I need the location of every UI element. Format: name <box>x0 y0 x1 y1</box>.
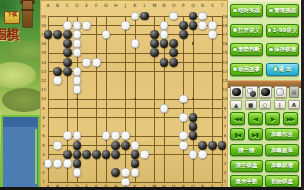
black-stone[interactable] <box>63 48 72 57</box>
button-label: 结对实战 <box>238 7 260 14</box>
black-stone[interactable] <box>73 150 82 159</box>
media-button[interactable]: ▶ <box>265 112 280 125</box>
marker-glyph-icon: ■ <box>248 102 253 108</box>
chat-scrollbar[interactable] <box>35 129 37 184</box>
black-stone[interactable] <box>73 141 82 150</box>
button-label: 形势判断 <box>238 46 260 53</box>
coord-number-left: 3 <box>40 161 47 166</box>
stone-select-button-black-stone[interactable] <box>259 86 272 98</box>
coord-number-left: 13 <box>40 69 47 74</box>
action-button[interactable]: 结对实战 <box>230 4 263 17</box>
coord-number-left: 9 <box>40 106 47 111</box>
white-stone[interactable] <box>121 131 130 140</box>
star-point <box>76 98 78 100</box>
coord-letter-top: A <box>45 3 51 8</box>
stone-select-button-white-black-pair[interactable] <box>245 86 258 98</box>
coord-number-left: 10 <box>40 96 47 101</box>
step-glyph-icon: ▶▮ <box>252 131 258 138</box>
marker-button[interactable]: ∣ <box>274 100 286 109</box>
white-stone[interactable] <box>208 30 217 39</box>
coord-letter-top: Q <box>190 3 196 8</box>
black-stone[interactable] <box>150 48 159 57</box>
app-logo-text: 围棋 <box>0 26 20 44</box>
media-glyph-icon: ▶▶ <box>286 115 293 122</box>
white-stone-icon <box>276 88 285 97</box>
white-stone[interactable] <box>82 21 91 30</box>
button-label: 打开讲义 <box>238 27 260 34</box>
step-glyph-icon: ▮◀ <box>235 131 241 138</box>
coord-letter-top: B <box>55 3 61 8</box>
panel-button[interactable]: 清空棋盘 <box>230 160 263 172</box>
black-stone[interactable] <box>63 39 72 48</box>
coord-number-left: 15 <box>40 50 47 55</box>
coord-letter-top: J <box>122 3 128 8</box>
white-stone[interactable] <box>63 21 72 30</box>
black-stone[interactable] <box>63 30 72 39</box>
button-icon <box>274 67 278 71</box>
white-stone[interactable] <box>73 30 82 39</box>
action-button[interactable]: 1-99讲义 <box>266 24 299 37</box>
white-stone[interactable] <box>179 131 188 140</box>
white-stone[interactable] <box>131 141 140 150</box>
media-button[interactable]: ◀ <box>248 112 263 125</box>
coord-letter-top: F <box>93 3 99 8</box>
black-stone[interactable] <box>189 131 198 140</box>
white-stone[interactable] <box>73 168 82 177</box>
button-label: 1-99讲义 <box>273 27 298 34</box>
coord-number-left: 7 <box>40 124 47 129</box>
white-stone[interactable] <box>73 131 82 140</box>
marker-glyph-icon: A <box>292 102 296 108</box>
black-stone[interactable] <box>169 39 178 48</box>
action-button[interactable]: 打开讲义 <box>230 24 263 37</box>
media-glyph-icon: ▶ <box>271 115 275 122</box>
white-stone[interactable] <box>160 21 169 30</box>
black-stone[interactable] <box>102 150 111 159</box>
black-stone[interactable] <box>160 39 169 48</box>
coord-letter-top: T <box>219 3 225 8</box>
black-stone-icon <box>261 88 270 97</box>
coord-letter-top: S <box>209 3 215 8</box>
panel-button[interactable]: 初始棋盘 <box>265 175 299 187</box>
panel-button[interactable]: 加载题库 <box>265 144 299 156</box>
step-button[interactable]: ▶▮ <box>248 128 263 140</box>
coord-number-left: 2 <box>40 170 47 175</box>
white-stone[interactable] <box>121 168 130 177</box>
hill-blob <box>2 88 40 112</box>
button-icon <box>269 48 273 52</box>
coord-number-left: 6 <box>40 133 47 138</box>
coord-letter-top: P <box>180 3 186 8</box>
white-stone[interactable] <box>131 39 140 48</box>
black-stone[interactable] <box>82 150 91 159</box>
marker-glyph-icon: ∣ <box>278 102 281 108</box>
coord-number-left: 12 <box>40 78 47 83</box>
load-homework-button[interactable]: 加载作业 <box>265 128 299 140</box>
action-button[interactable]: 动画故事 <box>230 63 263 76</box>
chat-panel-titlebar <box>3 117 38 127</box>
white-stone[interactable] <box>73 48 82 57</box>
media-glyph-icon: ◀ <box>253 115 257 122</box>
exit-button[interactable]: 退 出 <box>266 63 299 76</box>
white-stone[interactable] <box>198 150 207 159</box>
black-stone[interactable] <box>140 12 149 21</box>
coord-letter-top: H <box>113 3 119 8</box>
panel-button[interactable]: 猜一猜 <box>230 144 263 156</box>
white-stone[interactable] <box>73 67 82 76</box>
marker-glyph-icon: ○ <box>263 102 268 108</box>
button-icon <box>233 48 237 52</box>
gold-plaque: 下棋 <box>5 12 19 23</box>
white-stone[interactable] <box>160 104 169 113</box>
grey-tool-button[interactable]: ▤ <box>289 86 299 98</box>
button-icon <box>233 28 237 32</box>
coord-letter-top: K <box>132 3 138 8</box>
board-grid[interactable] <box>48 16 223 183</box>
button-label: 退 出 <box>279 66 292 73</box>
white-stone[interactable] <box>92 58 101 67</box>
coord-number-left: 1 <box>40 179 47 184</box>
coord-number-left: 16 <box>40 41 47 46</box>
black-stone[interactable] <box>189 21 198 30</box>
button-label: 保存棋谱 <box>274 46 296 53</box>
marker-button[interactable]: ■ <box>245 100 257 109</box>
white-stone[interactable] <box>131 168 140 177</box>
white-stone[interactable] <box>208 21 217 30</box>
coord-number-left: 18 <box>40 23 47 28</box>
marker-button[interactable]: ▲ <box>230 100 242 109</box>
white-stone[interactable] <box>82 58 91 67</box>
black-stone[interactable] <box>73 159 82 168</box>
white-stone[interactable] <box>179 95 188 104</box>
black-stone[interactable] <box>131 150 140 159</box>
white-stone[interactable] <box>160 30 169 39</box>
media-glyph-icon: ◀◀ <box>234 115 241 122</box>
coord-number-left: 5 <box>40 143 47 148</box>
white-stone[interactable] <box>198 21 207 30</box>
white-stone[interactable] <box>131 12 140 21</box>
white-stone[interactable] <box>53 76 62 85</box>
go-board: AABBCCDDEEFFGGHHJJKKLLMMNNOOPPQQRRSSTT19… <box>40 0 228 190</box>
white-black-pair-icon <box>247 88 256 97</box>
button-label: 管理挑战 <box>274 7 296 14</box>
white-stone[interactable] <box>73 39 82 48</box>
button-icon <box>233 9 237 13</box>
button-label: 动画故事 <box>238 66 260 73</box>
black-stone[interactable] <box>53 67 62 76</box>
white-stone[interactable] <box>121 21 130 30</box>
black-stone[interactable] <box>198 141 207 150</box>
coord-number-left: 19 <box>40 14 47 19</box>
black-stone[interactable] <box>150 39 159 48</box>
white-stone[interactable] <box>63 159 72 168</box>
step-button[interactable]: ▮◀ <box>230 128 245 140</box>
media-button[interactable]: ◀◀ <box>230 112 245 125</box>
star-point <box>192 98 194 100</box>
white-stone[interactable] <box>189 150 198 159</box>
coord-number-left: 17 <box>40 32 47 37</box>
coord-letter-top: D <box>74 3 80 8</box>
coord-letter-top: M <box>151 3 157 8</box>
action-button[interactable]: 形势判断 <box>230 43 263 56</box>
coord-letter-top: G <box>103 3 109 8</box>
action-button[interactable]: 管理挑战 <box>266 4 299 17</box>
white-stone[interactable] <box>169 12 178 21</box>
marker-button[interactable]: A <box>288 100 300 109</box>
black-stone[interactable] <box>189 113 198 122</box>
star-point <box>134 98 136 100</box>
coord-number-left: 11 <box>40 87 47 92</box>
black-stone[interactable] <box>111 150 120 159</box>
white-stone[interactable] <box>198 12 207 21</box>
black-stone[interactable] <box>179 21 188 30</box>
black-stone[interactable] <box>189 12 198 21</box>
white-stone[interactable] <box>179 141 188 150</box>
coord-letter-top: L <box>142 3 148 8</box>
marker-glyph-icon: ▲ <box>234 102 238 108</box>
black-stone[interactable] <box>179 30 188 39</box>
button-icon <box>269 9 273 13</box>
black-stone[interactable] <box>53 30 62 39</box>
black-stone[interactable] <box>208 141 217 150</box>
white-stone[interactable] <box>73 21 82 30</box>
button-icon <box>233 67 237 71</box>
white-stone[interactable] <box>179 113 188 122</box>
pagoda-tower <box>23 1 32 27</box>
hill-blob <box>0 62 36 88</box>
stone-select-button-black-stone[interactable] <box>230 86 243 98</box>
star-point <box>192 42 194 44</box>
white-stone[interactable] <box>53 141 62 150</box>
action-button[interactable]: 保存棋谱 <box>266 43 299 56</box>
marker-button[interactable]: ○ <box>259 100 271 109</box>
white-stone[interactable] <box>53 159 62 168</box>
coord-letter-top: E <box>84 3 90 8</box>
window-edge-bottom <box>0 187 304 190</box>
left-sidebar-artwork: 下棋 围棋 <box>0 0 40 190</box>
panel-button[interactable]: 显示手数 <box>230 175 263 187</box>
black-stone-icon <box>232 88 241 97</box>
black-stone[interactable] <box>111 141 120 150</box>
stone-select-button-white-stone[interactable] <box>274 86 287 98</box>
black-stone[interactable] <box>63 150 72 159</box>
white-stone[interactable] <box>140 150 149 159</box>
coord-number-left: 8 <box>40 115 47 120</box>
button-icon <box>268 28 272 32</box>
white-stone[interactable] <box>102 131 111 140</box>
black-stone[interactable] <box>63 58 72 67</box>
coord-letter-top: R <box>200 3 206 8</box>
black-stone[interactable] <box>189 122 198 131</box>
black-stone[interactable] <box>92 150 101 159</box>
coord-letter-top: C <box>64 3 70 8</box>
window-edge-right <box>301 0 304 190</box>
black-stone[interactable] <box>150 30 159 39</box>
black-stone[interactable] <box>131 159 140 168</box>
control-panel: 结对实战管理挑战打开讲义1-99讲义形势判断保存棋谱动画故事退 出▤▲■○∣A◀… <box>228 0 301 190</box>
app-window: 下棋 围棋 AABBCCDDEEFFGGHHJJKKLLMMNNOOPPQQRR… <box>0 0 304 190</box>
white-stone[interactable] <box>73 85 82 94</box>
black-stone[interactable] <box>111 168 120 177</box>
black-stone[interactable] <box>121 141 130 150</box>
white-stone[interactable] <box>111 131 120 140</box>
chat-panel[interactable] <box>1 115 40 190</box>
panel-button[interactable]: 加载棋谱 <box>265 160 299 172</box>
coord-letter-top: N <box>161 3 167 8</box>
media-button[interactable]: ▶▶ <box>283 112 298 125</box>
coord-number-left: 4 <box>40 152 47 157</box>
coord-number-left: 14 <box>40 60 47 65</box>
black-stone[interactable] <box>63 67 72 76</box>
black-stone[interactable] <box>169 58 178 67</box>
pagoda-band <box>21 9 34 11</box>
black-stone[interactable] <box>160 58 169 67</box>
black-stone[interactable] <box>169 48 178 57</box>
coord-letter-top: O <box>171 3 177 8</box>
white-stone[interactable] <box>73 76 82 85</box>
white-stone[interactable] <box>63 131 72 140</box>
white-stone[interactable] <box>102 30 111 39</box>
